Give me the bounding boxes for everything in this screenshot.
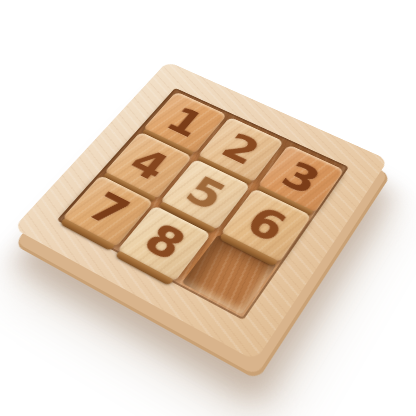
tile-number: 2: [216, 127, 267, 170]
puzzle-board: 12345678: [13, 61, 388, 361]
board-tray: 12345678: [57, 88, 349, 320]
tile-number: 1: [160, 101, 211, 142]
tile-number: 5: [179, 170, 233, 216]
product-photo-background: 12345678: [0, 0, 416, 416]
tile-grid: 12345678: [60, 90, 347, 318]
board-frame: 12345678: [13, 61, 388, 361]
tile-number: 3: [275, 155, 327, 200]
tile-number: 4: [122, 143, 175, 187]
tile-number: 7: [81, 186, 137, 233]
tile-number: 8: [136, 217, 193, 267]
tile-number: 6: [239, 200, 293, 248]
